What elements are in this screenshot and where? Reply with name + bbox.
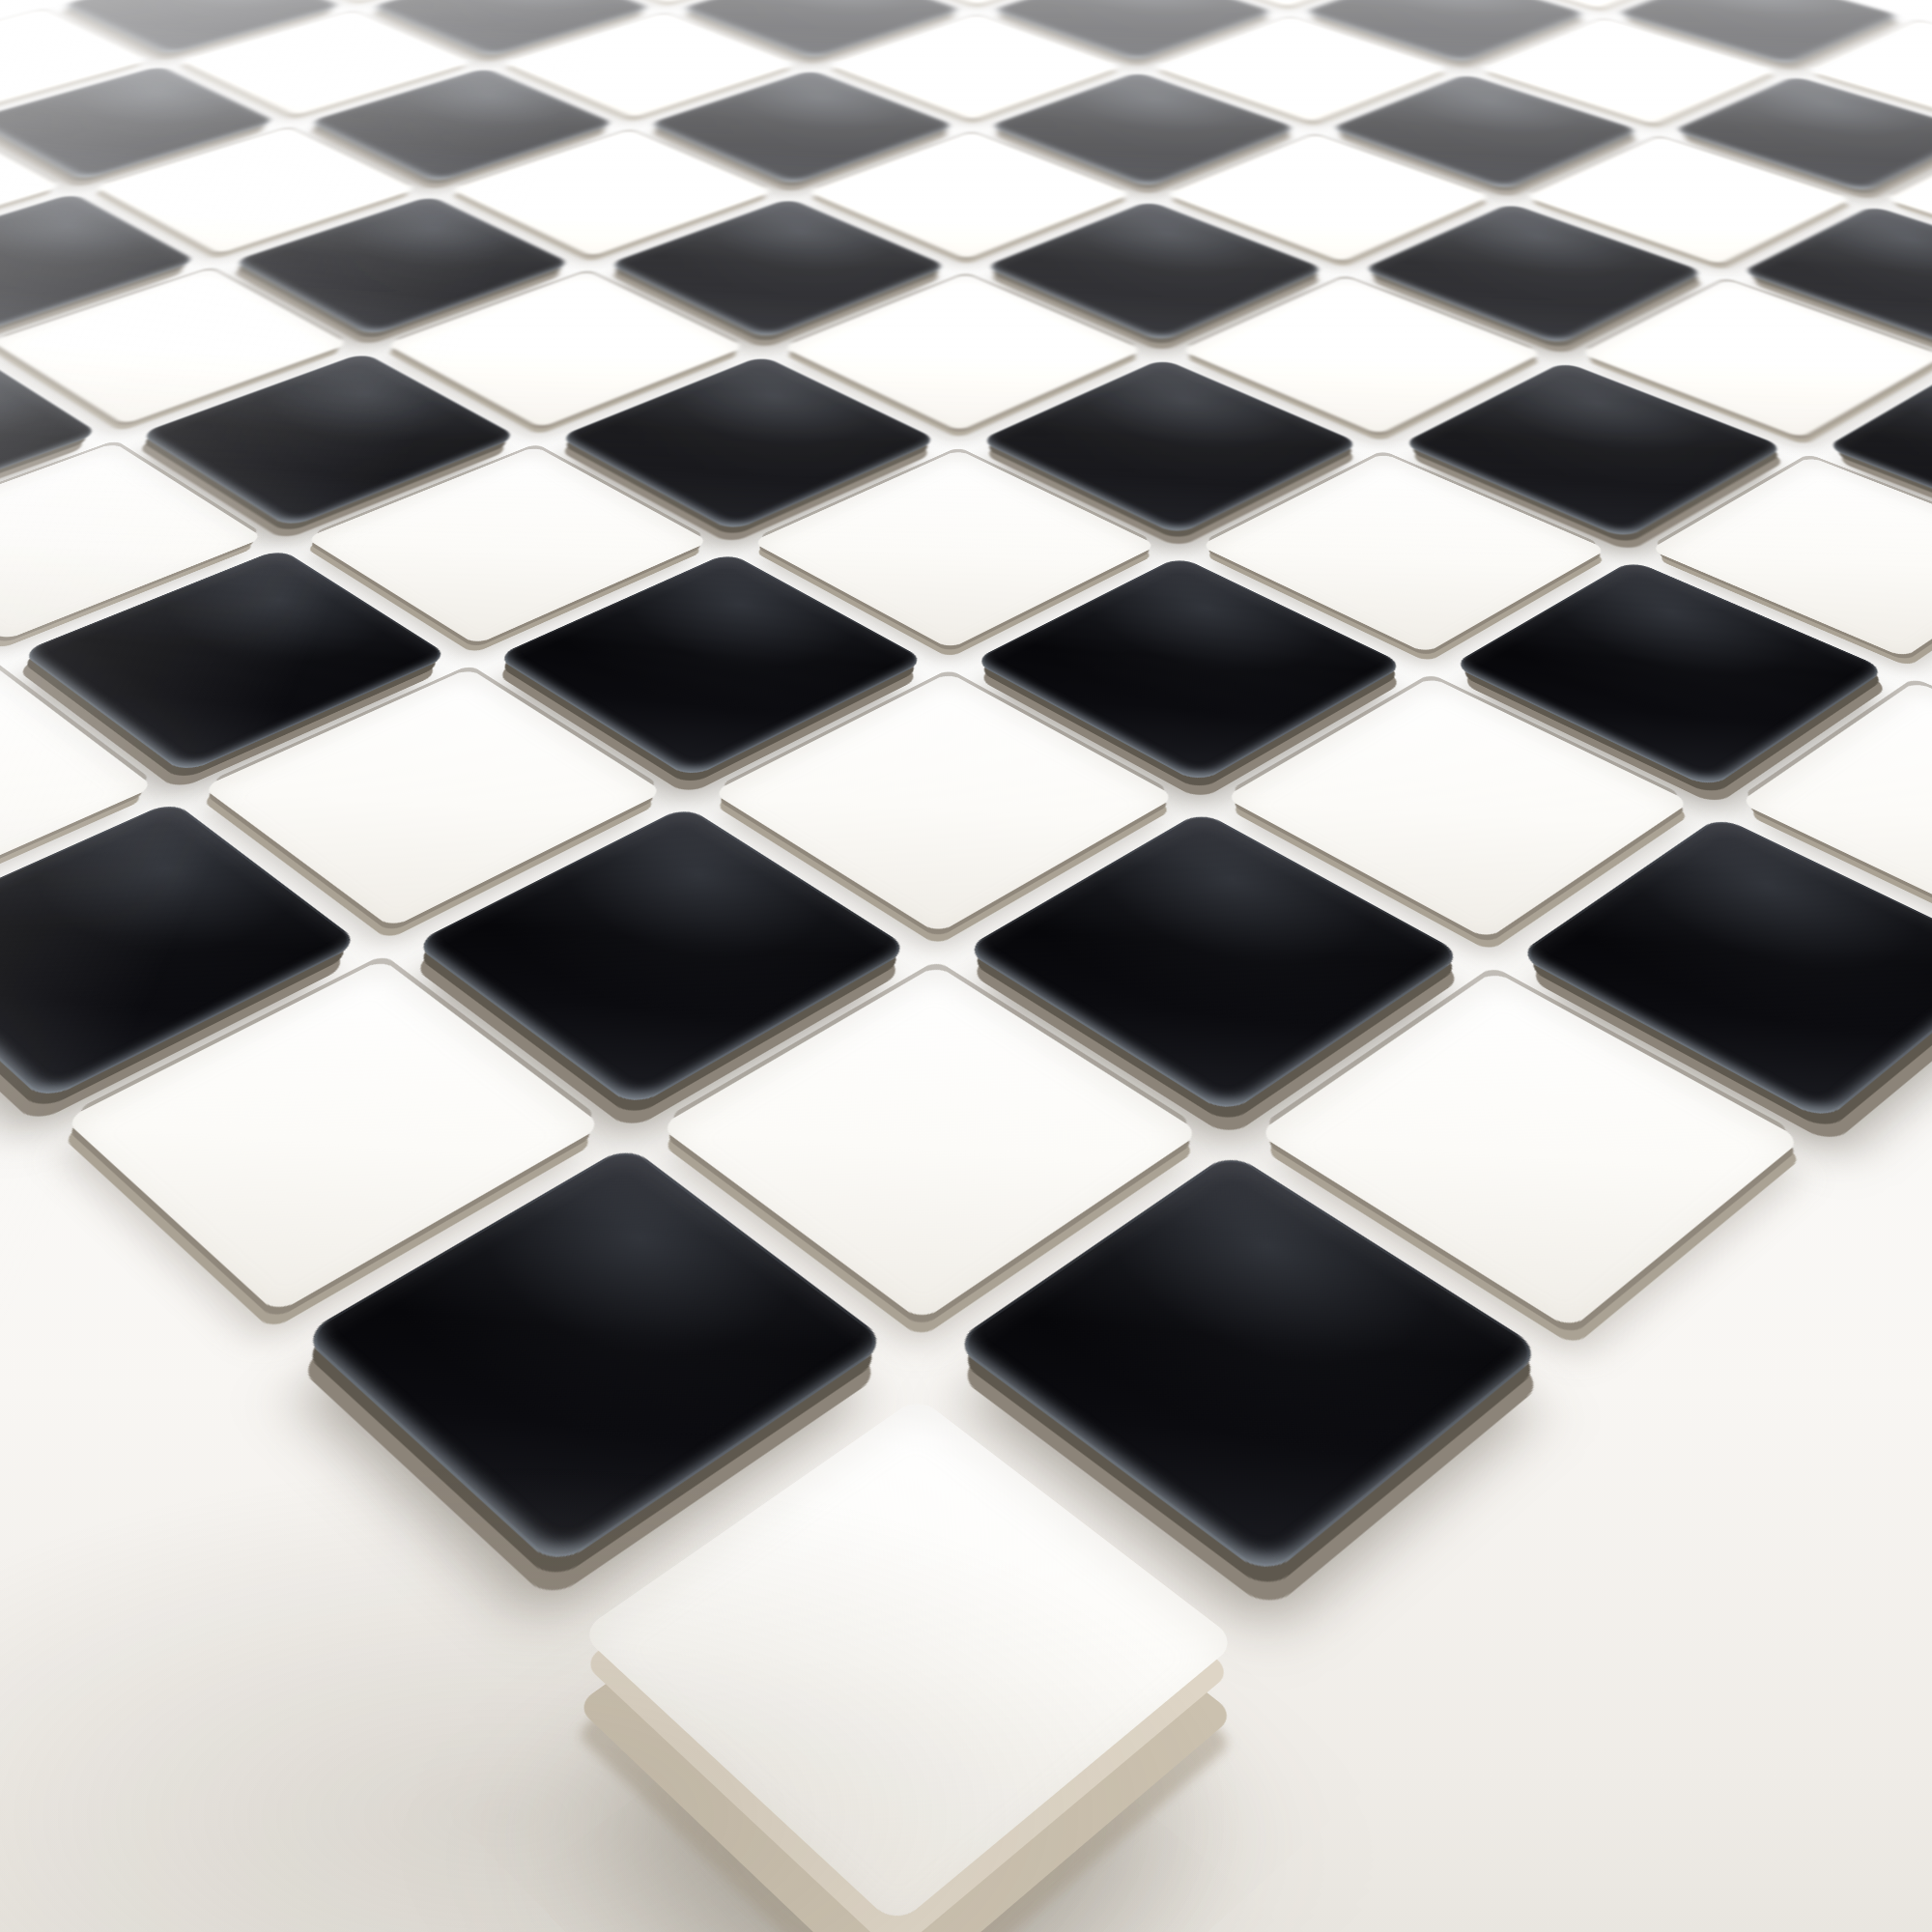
checkerboard-grid [0,0,1932,1881]
mosaic-checkerboard-photo [0,0,1932,1932]
